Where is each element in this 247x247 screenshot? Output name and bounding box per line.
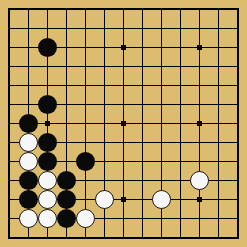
white-stone <box>19 209 38 228</box>
black-stone <box>38 152 57 171</box>
grid-line-vertical <box>180 9 181 238</box>
star-point <box>45 121 50 126</box>
star-point <box>121 45 126 50</box>
black-stone <box>19 190 38 209</box>
black-stone <box>57 171 76 190</box>
black-stone <box>19 171 38 190</box>
star-point <box>197 197 202 202</box>
go-board <box>0 0 247 247</box>
black-stone <box>38 133 57 152</box>
grid-line-vertical <box>142 9 143 238</box>
black-stone <box>38 38 57 57</box>
black-stone <box>76 152 95 171</box>
star-point <box>197 45 202 50</box>
black-stone <box>38 95 57 114</box>
white-stone <box>38 171 57 190</box>
white-stone <box>38 190 57 209</box>
star-point <box>121 121 126 126</box>
star-point <box>121 197 126 202</box>
black-stone <box>19 114 38 133</box>
white-stone <box>38 209 57 228</box>
white-stone <box>19 152 38 171</box>
white-stone <box>19 133 38 152</box>
black-stone <box>57 190 76 209</box>
star-point <box>197 121 202 126</box>
grid-line-vertical <box>218 9 219 238</box>
go-diagram <box>0 0 247 247</box>
